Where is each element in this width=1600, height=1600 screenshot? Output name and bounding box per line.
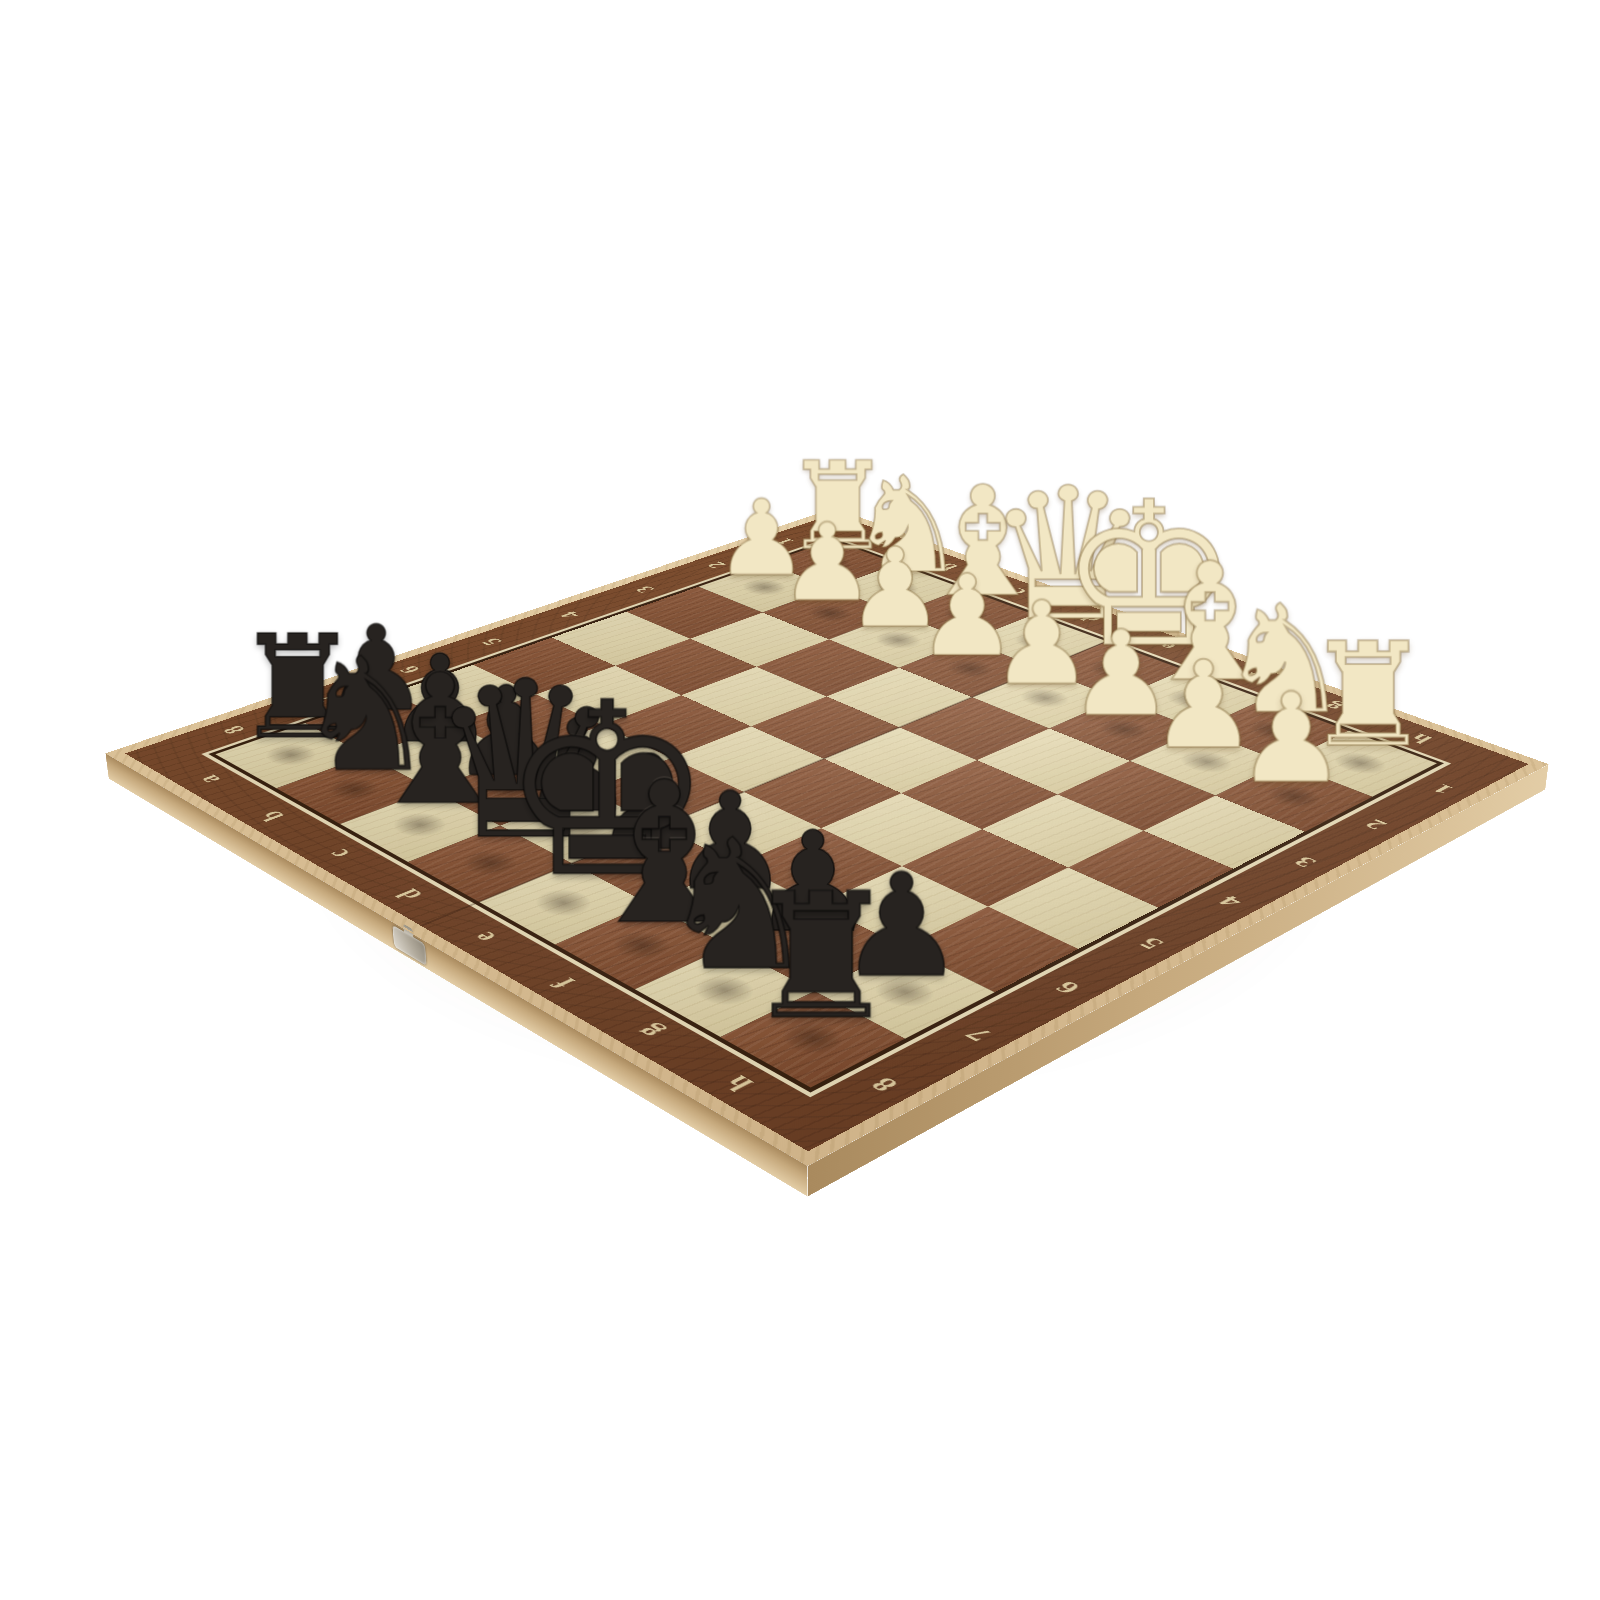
piece-shadow <box>679 879 787 931</box>
piece-shadow <box>529 803 631 850</box>
piece-shadow <box>787 597 874 630</box>
piece-shadow <box>586 918 697 973</box>
piece-shadow <box>602 840 707 889</box>
rank-label-text: 7 <box>957 1024 999 1046</box>
piece-shadow <box>790 548 873 578</box>
file-label-text: b <box>933 561 963 572</box>
piece-shadow <box>395 735 491 777</box>
piece-shadow <box>998 679 1092 717</box>
rank-label-text: 6 <box>392 663 426 676</box>
piece-shadow <box>369 802 470 848</box>
square-e4 <box>824 727 977 793</box>
piece-shadow <box>924 650 1015 686</box>
file-label-text: d <box>1075 612 1106 624</box>
rank-label-text: 7 <box>306 692 341 706</box>
rank-label-text: 1 <box>770 536 799 546</box>
file-label-text: e <box>1153 640 1182 652</box>
piece-shadow <box>1243 774 1345 819</box>
piece-shadow <box>761 919 873 974</box>
file-label-text: c <box>1003 586 1032 597</box>
piece-shadow <box>1066 651 1158 687</box>
file-label-text: f <box>1234 670 1261 682</box>
piece-shadow <box>460 768 559 812</box>
rank-label-text: 5 <box>475 636 508 648</box>
file-label-text: g <box>626 1021 669 1043</box>
rank-label-text: 3 <box>1286 853 1322 870</box>
file-label-text: h <box>715 1071 761 1095</box>
piece-shadow <box>922 597 1009 630</box>
piece-shadow <box>1076 709 1172 749</box>
rank-label-text: 6 <box>1047 977 1087 998</box>
rank-label-text: 8 <box>862 1073 905 1096</box>
rank-label-text: 2 <box>1358 816 1392 832</box>
rank-label-text: 5 <box>1131 934 1169 953</box>
rank-label-text: 3 <box>629 584 660 595</box>
product-photo: abcdefgh 12345678 ♜♞♝♛♚♝♞♜♟♟♟♟♟♟♟♟♟♟♟♟♟♟… <box>0 0 1600 1600</box>
piece-shadow <box>855 572 940 604</box>
rank-label-text: 2 <box>701 560 731 571</box>
piece-shadow <box>754 1007 872 1069</box>
file-label-text: d <box>388 885 430 904</box>
piece-shadow <box>854 623 943 658</box>
piece-shadow <box>243 734 339 776</box>
piece-shadow <box>722 571 807 603</box>
piece-shadow <box>993 624 1082 659</box>
piece-shadow <box>1157 741 1256 783</box>
piece-shadow <box>667 961 782 1019</box>
file-label-text: h <box>1404 731 1437 746</box>
file-label-text: c <box>319 846 358 863</box>
rank-label-text: 1 <box>1425 781 1458 797</box>
rank-label-text: 4 <box>1211 892 1248 910</box>
piece-shadow <box>847 963 962 1021</box>
rank-label-text: 4 <box>553 609 585 621</box>
piece-shadow <box>333 704 427 744</box>
piece-shadow <box>1225 710 1322 750</box>
file-label-text: a <box>189 772 227 787</box>
file-label-text: b <box>251 807 291 824</box>
file-label-text: e <box>464 928 504 947</box>
file-label-text: f <box>544 974 583 992</box>
rank-label-text: 8 <box>215 723 252 737</box>
file-label-text: g <box>1316 699 1348 713</box>
file-label-text: a <box>867 537 896 547</box>
piece-shadow <box>1144 680 1238 718</box>
piece-shadow <box>510 877 618 929</box>
